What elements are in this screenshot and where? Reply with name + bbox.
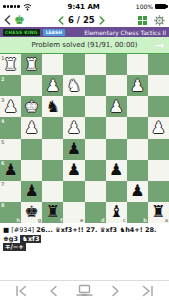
square-f5[interactable] [42, 139, 63, 160]
black-pawn: ♟ [67, 141, 81, 157]
leash-badge: LEASH [43, 29, 65, 36]
rank-label: 7 [1, 181, 4, 187]
square-a1[interactable] [148, 54, 169, 75]
square-g7[interactable]: ♟ [21, 181, 42, 202]
square-a2[interactable] [148, 75, 169, 96]
square-f8[interactable]: f♜ [42, 202, 63, 223]
white-pawn: ♟ [3, 99, 17, 115]
square-c7[interactable] [106, 181, 127, 202]
black-pawn: ♟ [67, 162, 81, 178]
square-e1[interactable] [63, 54, 84, 75]
previous-problem-icon[interactable] [58, 16, 64, 25]
file-label: b [143, 217, 147, 223]
square-c6[interactable]: ♟ [106, 160, 127, 181]
square-g3[interactable]: ♚ [21, 96, 42, 117]
square-g4[interactable]: ♟ [21, 117, 42, 138]
side-to-move-marker: ■ [3, 226, 9, 234]
white-pawn: ♟ [67, 120, 81, 136]
square-b7[interactable]: ♟ [127, 181, 148, 202]
square-a4[interactable]: ♟ [148, 117, 169, 138]
square-c1[interactable] [106, 54, 127, 75]
file-label: g [38, 217, 42, 223]
chess-king-brand-badge: CHESS KING [3, 29, 40, 36]
square-d5[interactable] [85, 139, 106, 160]
square-h2[interactable]: 2 [0, 75, 21, 96]
rank-label: 6 [1, 160, 4, 166]
square-h5[interactable]: 5 [0, 139, 21, 160]
file-label: h [17, 217, 21, 223]
white-pawn: ♟ [25, 120, 39, 136]
square-g2[interactable] [21, 75, 42, 96]
square-d1[interactable] [85, 54, 106, 75]
rank-label: 2 [1, 76, 4, 82]
white-king: ♚ [25, 99, 39, 115]
move-notation: ■ [#934] 26... ♛xf3+!! 27. ♛xf3 ♞h4+! 28… [0, 223, 169, 252]
signal-strength-icon [3, 3, 32, 11]
black-pawn: ♟ [130, 183, 144, 199]
course-title: Elementary Chess Tactics II [65, 29, 166, 36]
square-f4[interactable] [42, 117, 63, 138]
square-h3[interactable]: 3♟ [0, 96, 21, 117]
square-e5[interactable]: ♟ [63, 139, 84, 160]
square-e2[interactable]: ♞ [63, 75, 84, 96]
square-c4[interactable] [106, 117, 127, 138]
file-label: a [165, 217, 168, 223]
square-g6[interactable] [21, 160, 42, 181]
file-label: e [80, 217, 83, 223]
square-d3[interactable] [85, 96, 106, 117]
square-b8[interactable]: b [127, 202, 148, 223]
next-move-button[interactable] [106, 283, 126, 299]
square-b1[interactable] [127, 54, 148, 75]
square-e6[interactable]: ♟ [63, 160, 84, 181]
next-problem-icon[interactable] [99, 16, 105, 25]
black-knight: ♞ [46, 99, 60, 115]
square-a5[interactable] [148, 139, 169, 160]
square-a3[interactable] [148, 96, 169, 117]
square-c5[interactable] [106, 139, 127, 160]
square-f6[interactable] [42, 160, 63, 181]
square-b4[interactable] [127, 117, 148, 138]
status-bar: 9:41 AM 100% [0, 0, 169, 13]
black-pawn: ♟ [109, 162, 123, 178]
white-pawn: ♟ [46, 78, 60, 94]
square-b2[interactable]: ♟ [127, 75, 148, 96]
next-arrow-icon[interactable]: → [155, 39, 164, 52]
file-label: c [123, 217, 126, 223]
square-b6[interactable] [127, 160, 148, 181]
previous-move-button[interactable] [43, 283, 63, 299]
square-f3[interactable]: ♞ [42, 96, 63, 117]
black-rook: ♜ [46, 204, 60, 220]
square-c2[interactable] [106, 75, 127, 96]
chess-board: 1♜♜2♟♞♟3♟♚♞♟4♟♟♟5♟6♟♟♟7♟♟8hg♚f♜edc♝ba♜ [0, 54, 169, 223]
square-e3[interactable] [63, 96, 84, 117]
problem-id: [#934] [11, 226, 34, 234]
white-pawn: ♟ [130, 78, 144, 94]
square-e7[interactable] [63, 181, 84, 202]
settings-gear-icon[interactable] [154, 15, 165, 26]
square-f7[interactable] [42, 181, 63, 202]
white-pawn: ♟ [109, 99, 123, 115]
last-move-button[interactable] [137, 283, 157, 299]
square-h6[interactable]: 6♟ [0, 160, 21, 181]
status-time: 9:41 AM [68, 3, 100, 11]
file-label: f [60, 217, 62, 223]
white-pawn: ♟ [151, 120, 165, 136]
problem-solved-banner: Problem solved (91/91, 00:00) → [0, 37, 169, 54]
square-a7[interactable] [148, 181, 169, 202]
engine-analysis-button[interactable] [74, 283, 94, 299]
rank-label: 1 [1, 55, 4, 61]
white-rook: ♜ [3, 57, 17, 73]
square-g8[interactable]: g♚ [21, 202, 42, 223]
rank-label: 4 [1, 118, 4, 124]
white-knight: ♞ [67, 78, 81, 94]
white-rook: ♜ [25, 57, 39, 73]
rank-label: 3 [1, 97, 4, 103]
rank-label: 5 [1, 139, 4, 145]
square-c3[interactable]: ♟ [106, 96, 127, 117]
evaluation-badge: ∓/−+ [3, 243, 26, 251]
battery-icon [155, 4, 166, 9]
square-d4[interactable] [85, 117, 106, 138]
square-b5[interactable] [127, 139, 148, 160]
square-h1[interactable]: 1♜ [0, 54, 21, 75]
square-b3[interactable] [127, 96, 148, 117]
square-a6[interactable] [148, 160, 169, 181]
square-a8[interactable]: a♜ [148, 202, 169, 223]
problem-list-grid-icon[interactable] [138, 16, 147, 25]
chess-king-logo-icon: ♚ [14, 14, 25, 26]
black-rook: ♜ [151, 204, 165, 220]
square-h4[interactable]: 4 [0, 117, 21, 138]
file-label: d [101, 217, 105, 223]
navigation-bar: ♚ 6 / 25 [0, 13, 169, 27]
black-pawn: ♟ [25, 183, 39, 199]
square-f1[interactable] [42, 54, 63, 75]
rank-label: 8 [1, 202, 4, 208]
black-bishop: ♝ [109, 204, 123, 220]
square-d8[interactable]: d [85, 202, 106, 223]
current-move-highlight[interactable]: ♞xf3 [20, 235, 41, 243]
problem-solved-text: Problem solved (91/91, 00:00) [0, 41, 169, 49]
square-g5[interactable] [21, 139, 42, 160]
black-pawn: ♟ [3, 162, 17, 178]
bottom-toolbar [0, 280, 169, 300]
square-c8[interactable]: c♝ [106, 202, 127, 223]
first-move-button[interactable] [12, 283, 32, 299]
wifi-icon [23, 3, 32, 11]
square-h8[interactable]: 8h [0, 202, 21, 223]
square-e8[interactable]: e [63, 202, 84, 223]
problem-counter: 6 / 25 [68, 15, 95, 25]
square-d2[interactable] [85, 75, 106, 96]
square-d6[interactable] [85, 160, 106, 181]
course-header-bar: CHESS KING LEASH Elementary Chess Tactic… [0, 27, 169, 37]
battery-percent: 100% [136, 3, 153, 10]
back-chevron-icon[interactable] [4, 15, 11, 25]
square-d7[interactable] [85, 181, 106, 202]
square-f2[interactable]: ♟ [42, 75, 63, 96]
square-e4[interactable]: ♟ [63, 117, 84, 138]
square-g1[interactable]: ♜ [21, 54, 42, 75]
square-h7[interactable]: 7 [0, 181, 21, 202]
